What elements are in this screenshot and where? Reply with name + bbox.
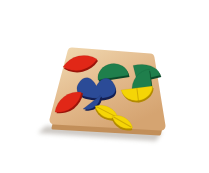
product-photo [0, 0, 209, 173]
puzzle-scene [0, 0, 209, 173]
